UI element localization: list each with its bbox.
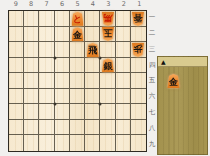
hand-piece-gold[interactable]: 金 [167, 74, 180, 88]
board-square[interactable] [85, 135, 100, 151]
board-square[interactable] [70, 58, 85, 74]
sente-hand-tray[interactable]: ▲ 金 [157, 56, 208, 155]
board-square[interactable] [116, 11, 131, 27]
board-square[interactable] [100, 73, 115, 89]
board-square[interactable] [9, 104, 24, 120]
board-square[interactable] [116, 42, 131, 58]
board-square[interactable] [9, 11, 24, 27]
sente-triangle-icon: ▲ [161, 59, 166, 65]
rank-label: 四 [148, 57, 156, 73]
board-square[interactable] [55, 27, 70, 43]
board-square[interactable] [24, 58, 39, 74]
board-square[interactable] [9, 135, 24, 151]
board-square[interactable] [100, 104, 115, 120]
file-label: 5 [70, 0, 85, 9]
piece-glyph: 玉 [103, 29, 112, 38]
board-square[interactable] [116, 135, 131, 151]
shogi-piece-4c[interactable]: 飛 [86, 43, 99, 57]
piece-glyph: 金 [73, 31, 82, 40]
board-square[interactable] [116, 27, 131, 43]
board-square[interactable] [85, 11, 100, 27]
shogi-piece-5b[interactable]: 金 [71, 27, 84, 41]
board-square[interactable] [24, 27, 39, 43]
board-square[interactable] [9, 58, 24, 74]
file-label: 9 [8, 0, 23, 9]
board-square[interactable] [55, 42, 70, 58]
file-label: 2 [116, 0, 131, 9]
board-square[interactable] [55, 89, 70, 105]
rank-label: 二 [148, 26, 156, 42]
board-square[interactable] [9, 89, 24, 105]
board-square[interactable] [24, 89, 39, 105]
piece-glyph: 銀 [103, 62, 112, 71]
board-square[interactable] [55, 104, 70, 120]
rank-label: 八 [148, 120, 156, 136]
board-square[interactable] [131, 89, 146, 105]
board-square[interactable] [131, 27, 146, 43]
piece-glyph: 香 [134, 13, 143, 22]
board-square[interactable] [39, 89, 54, 105]
board-square[interactable] [24, 120, 39, 136]
rank-label: 五 [148, 73, 156, 89]
board-square[interactable] [116, 120, 131, 136]
board-square[interactable] [70, 89, 85, 105]
shogi-piece-1c[interactable]: 歩 [132, 43, 145, 57]
board-square[interactable] [85, 120, 100, 136]
star-point [99, 103, 102, 106]
shogi-piece-5a[interactable]: と [71, 12, 84, 26]
board-square[interactable] [39, 135, 54, 151]
piece-glyph: と [73, 15, 82, 24]
board-square[interactable] [24, 11, 39, 27]
board-square[interactable] [24, 42, 39, 58]
shogi-piece-1a[interactable]: 香 [132, 12, 145, 26]
board-square[interactable] [70, 120, 85, 136]
board-square[interactable] [70, 104, 85, 120]
board-square[interactable] [131, 104, 146, 120]
board-square[interactable] [39, 120, 54, 136]
board-square[interactable] [131, 73, 146, 89]
rank-label: 一 [148, 10, 156, 26]
rank-label: 七 [148, 105, 156, 121]
board-square[interactable] [24, 104, 39, 120]
piece-glyph: 歩 [134, 44, 143, 53]
shogi-board[interactable]: と馬香金玉飛歩銀 [8, 10, 147, 152]
board-square[interactable] [9, 42, 24, 58]
board-square[interactable] [70, 42, 85, 58]
board-square[interactable] [55, 120, 70, 136]
board-square[interactable] [39, 42, 54, 58]
board-square[interactable] [39, 104, 54, 120]
board-square[interactable] [70, 135, 85, 151]
file-label: 1 [132, 0, 147, 9]
file-label: 6 [54, 0, 69, 9]
board-square[interactable] [55, 58, 70, 74]
board-square[interactable] [9, 27, 24, 43]
board-square[interactable] [70, 73, 85, 89]
board-square[interactable] [24, 135, 39, 151]
piece-glyph: 馬 [103, 13, 112, 22]
board-square[interactable] [9, 120, 24, 136]
file-label: 8 [23, 0, 38, 9]
rank-label: 三 [148, 42, 156, 58]
file-label: 7 [39, 0, 54, 9]
board-square[interactable] [55, 135, 70, 151]
board-square[interactable] [131, 58, 146, 74]
board-square[interactable] [85, 89, 100, 105]
board-square[interactable] [100, 42, 115, 58]
piece-glyph: 飛 [88, 46, 97, 55]
board-square[interactable] [116, 104, 131, 120]
board-square[interactable] [39, 27, 54, 43]
board-square[interactable] [100, 120, 115, 136]
board-square[interactable] [131, 135, 146, 151]
board-square[interactable] [39, 11, 54, 27]
star-point [53, 56, 56, 59]
board-square[interactable] [39, 58, 54, 74]
board-square[interactable] [55, 11, 70, 27]
rank-labels: 一 二 三 四 五 六 七 八 九 [148, 10, 156, 152]
board-square[interactable] [85, 58, 100, 74]
board-square[interactable] [116, 58, 131, 74]
board-square[interactable] [100, 89, 115, 105]
board-square[interactable] [116, 89, 131, 105]
file-label: 3 [101, 0, 116, 9]
board-square[interactable] [85, 104, 100, 120]
hand-piece-glyph: 金 [169, 78, 178, 87]
board-square[interactable] [85, 73, 100, 89]
shogi-piece-3a[interactable]: 馬 [101, 12, 114, 26]
board-square[interactable] [100, 135, 115, 151]
rank-label: 九 [148, 136, 156, 152]
rank-label: 六 [148, 89, 156, 105]
board-square[interactable] [55, 73, 70, 89]
board-square[interactable] [24, 73, 39, 89]
shogi-piece-3d[interactable]: 銀 [101, 58, 114, 72]
shogi-diagram: 9 8 7 6 5 4 3 2 1 一 二 三 四 五 六 七 八 九 と馬香金… [0, 0, 210, 156]
board-square[interactable] [131, 120, 146, 136]
board-square[interactable] [9, 73, 24, 89]
file-label: 4 [85, 0, 100, 9]
star-point [53, 103, 56, 106]
board-square[interactable] [116, 73, 131, 89]
hand-tray-header: ▲ [158, 57, 207, 67]
board-square[interactable] [85, 27, 100, 43]
file-labels: 9 8 7 6 5 4 3 2 1 [8, 0, 147, 9]
board-square[interactable] [39, 73, 54, 89]
shogi-piece-3b[interactable]: 玉 [101, 27, 114, 41]
